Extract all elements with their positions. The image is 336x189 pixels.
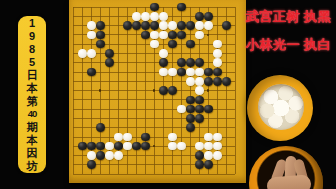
grid-line-horizontal	[73, 53, 235, 54]
white-stone	[105, 142, 114, 151]
black-stone	[87, 160, 96, 169]
white-stone	[195, 86, 204, 95]
white-stone	[159, 12, 168, 21]
white-stone	[213, 151, 222, 160]
event-title-banner: 1985日本第40期本因坊	[18, 16, 46, 173]
black-player-label: 武宫正树 执黑	[246, 7, 336, 27]
black-stone	[159, 58, 168, 67]
black-stone	[105, 49, 114, 58]
black-stone	[204, 68, 213, 77]
white-stone	[87, 31, 96, 40]
black-stone	[87, 142, 96, 151]
grid-line-horizontal	[73, 62, 235, 63]
black-stone	[213, 77, 222, 86]
white-player-label: 小林光一 执白	[246, 35, 336, 55]
white-stone	[168, 142, 177, 151]
black-stone	[141, 142, 150, 151]
black-stone	[222, 21, 231, 30]
banner-char: 日	[27, 69, 38, 81]
white-stone	[177, 142, 186, 151]
black-stone	[204, 160, 213, 169]
banner-char: 9	[29, 30, 35, 42]
white-stone	[114, 133, 123, 142]
white-stone	[177, 105, 186, 114]
go-board[interactable]	[69, 0, 246, 183]
white-stone	[141, 12, 150, 21]
white-stone	[78, 49, 87, 58]
white-stone	[150, 40, 159, 49]
white-stone	[168, 21, 177, 30]
black-stone	[195, 114, 204, 123]
black-stone	[123, 21, 132, 30]
black-stone	[186, 123, 195, 132]
black-stone	[141, 21, 150, 30]
black-stone	[195, 105, 204, 114]
black-stone	[96, 123, 105, 132]
black-stone	[150, 3, 159, 12]
white-stone	[168, 68, 177, 77]
black-stone	[177, 21, 186, 30]
black-stone	[204, 105, 213, 114]
black-stone	[96, 31, 105, 40]
black-stone	[114, 142, 123, 151]
white-stone	[213, 133, 222, 142]
black-stone	[105, 58, 114, 67]
white-stone	[195, 68, 204, 77]
black-stone	[177, 58, 186, 67]
white-stone	[186, 68, 195, 77]
video-frame: { "game": "go", "title_banner": { "text"…	[0, 0, 336, 189]
white-stone	[213, 49, 222, 58]
white-stone	[213, 58, 222, 67]
banner-char: 本	[27, 134, 38, 146]
white-stone	[195, 31, 204, 40]
black-stone	[195, 151, 204, 160]
white-stone	[123, 133, 132, 142]
black-stone	[168, 31, 177, 40]
black-stone	[132, 142, 141, 151]
banner-char: 5	[29, 56, 35, 68]
banner-char: 第	[27, 95, 38, 107]
black-stone	[78, 142, 87, 151]
white-stone	[204, 133, 213, 142]
white-stone	[213, 40, 222, 49]
black-stone	[87, 68, 96, 77]
black-stone	[141, 133, 150, 142]
white-stone	[204, 151, 213, 160]
banner-char: 1	[29, 17, 35, 29]
white-stone	[195, 142, 204, 151]
black-stone	[186, 96, 195, 105]
hand-palm	[266, 174, 311, 189]
black-stone	[195, 160, 204, 169]
banner-char: 期	[27, 121, 38, 133]
black-stone	[186, 58, 195, 67]
black-stone	[96, 21, 105, 30]
white-stone	[195, 21, 204, 30]
black-stone	[96, 40, 105, 49]
banner-char: 坊	[27, 160, 38, 172]
white-stones-in-bowl	[258, 84, 304, 130]
black-stone	[132, 21, 141, 30]
white-stone	[159, 21, 168, 30]
white-stone	[87, 21, 96, 30]
white-stone	[204, 142, 213, 151]
black-stone	[195, 12, 204, 21]
black-stone	[168, 86, 177, 95]
banner-char: 8	[29, 43, 35, 55]
black-stone	[204, 12, 213, 21]
white-stone	[159, 31, 168, 40]
white-stone	[150, 31, 159, 40]
grid-line-horizontal	[73, 174, 235, 175]
white-stone	[186, 77, 195, 86]
white-stone	[159, 68, 168, 77]
black-stone	[186, 21, 195, 30]
white-stone	[105, 151, 114, 160]
black-stone	[186, 105, 195, 114]
black-stone	[222, 77, 231, 86]
banner-char: 本	[27, 82, 38, 94]
black-stone	[168, 40, 177, 49]
grid-line-horizontal	[73, 118, 235, 119]
black-stone	[195, 58, 204, 67]
banner-char: 因	[27, 147, 38, 159]
black-stone	[186, 114, 195, 123]
black-stone	[195, 96, 204, 105]
white-stone-bowl	[247, 75, 313, 141]
banner-char: 40	[28, 108, 37, 120]
black-stone	[204, 77, 213, 86]
white-stone	[132, 12, 141, 21]
white-stone	[204, 21, 213, 30]
black-stone	[186, 40, 195, 49]
white-stone	[150, 12, 159, 21]
grid-line-horizontal	[73, 99, 235, 100]
black-stone	[96, 151, 105, 160]
white-stone	[195, 77, 204, 86]
white-stone	[213, 142, 222, 151]
black-stone	[177, 31, 186, 40]
black-stone	[177, 68, 186, 77]
white-stone	[159, 49, 168, 58]
black-stone	[159, 86, 168, 95]
white-stone	[87, 49, 96, 58]
black-stone	[96, 142, 105, 151]
white-stone	[87, 151, 96, 160]
white-stone	[123, 142, 132, 151]
black-stone	[150, 21, 159, 30]
white-stone	[114, 151, 123, 160]
white-stone	[168, 133, 177, 142]
black-stone	[141, 31, 150, 40]
black-stone	[213, 68, 222, 77]
black-stone	[177, 3, 186, 12]
